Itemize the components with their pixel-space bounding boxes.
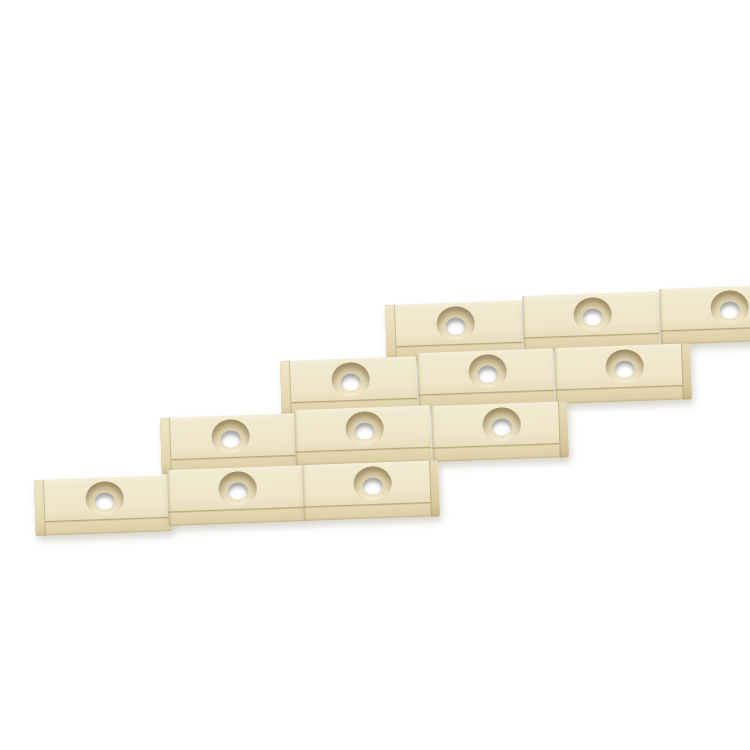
countersunk-hole — [605, 349, 644, 384]
hole-bore — [354, 422, 375, 440]
countersunk-hole — [85, 481, 124, 516]
plate-left-end-face — [385, 305, 397, 361]
countersunk-hole — [211, 419, 250, 454]
hole-bore — [614, 360, 635, 378]
countersunk-hole — [482, 407, 521, 442]
hole-bore — [719, 301, 740, 319]
hole-bore — [362, 477, 383, 495]
hole-bore — [491, 418, 512, 436]
countersunk-hole — [218, 471, 257, 506]
hole-bore — [445, 317, 466, 335]
countersunk-hole — [710, 290, 749, 325]
countersunk-hole — [345, 411, 384, 446]
countersunk-hole — [353, 466, 392, 501]
plate-right-end-face — [429, 460, 440, 516]
plate-right-end-face — [558, 401, 569, 457]
plastic-plate-row4-col3 — [302, 460, 440, 521]
countersunk-hole — [331, 362, 370, 397]
plastic-plate-row1-col2 — [522, 291, 660, 352]
plastic-plate-row3-col2 — [294, 405, 432, 466]
plastic-plate-row3-col3 — [431, 401, 569, 462]
plate-left-end-face — [160, 418, 172, 474]
plate-left-end-face — [34, 480, 46, 536]
hole-bore — [227, 482, 248, 500]
plate-right-end-face — [681, 343, 692, 399]
plastic-plate-row3-col1 — [160, 413, 298, 474]
hole-bore — [220, 430, 241, 448]
plastic-plate-row4-col1 — [34, 475, 172, 536]
plastic-plate-row4-col2 — [167, 465, 305, 526]
plastic-plate-row2-col3 — [554, 343, 692, 404]
hole-bore — [94, 492, 115, 510]
countersunk-hole — [436, 306, 475, 341]
countersunk-hole — [573, 297, 612, 332]
product-photo — [40, 16, 750, 750]
plastic-plate-row2-col2 — [417, 348, 555, 409]
countersunk-hole — [468, 354, 507, 389]
hole-bore — [477, 365, 498, 383]
plastic-plate-row1-col3 — [659, 284, 750, 345]
plate-left-end-face — [280, 361, 292, 417]
hole-bore — [340, 373, 361, 391]
hole-bore — [582, 308, 603, 326]
